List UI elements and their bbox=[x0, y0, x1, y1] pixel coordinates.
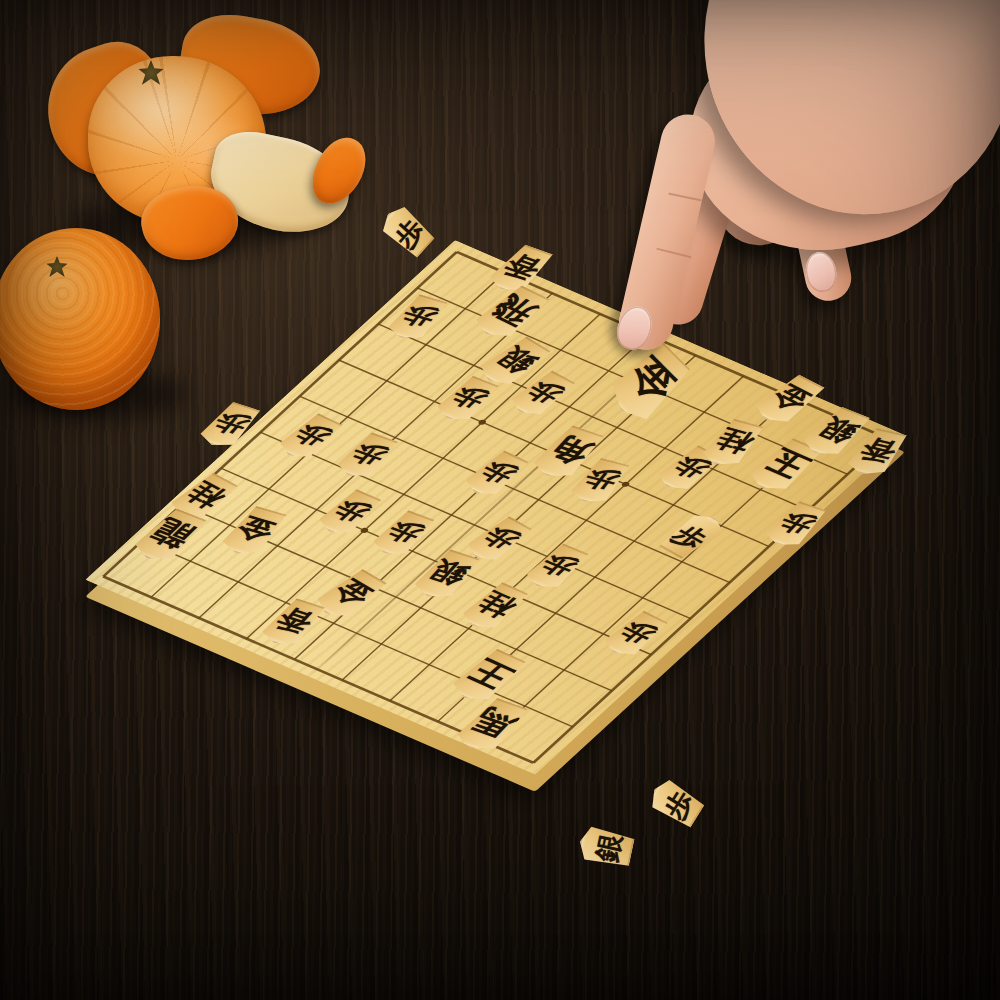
piece-kanji: 香 bbox=[267, 605, 320, 641]
piece-kanji: 王 bbox=[457, 655, 520, 697]
piece-kanji: 馬 bbox=[461, 705, 522, 747]
finger-crease bbox=[668, 192, 702, 201]
piece-pawn-offboard-bottom[interactable]: 歩 bbox=[642, 770, 710, 836]
piece-kanji: 銀 bbox=[808, 414, 864, 452]
photo-stage: 香飛歩銀歩歩角歩歩歩歩歩銀桂歩歩歩桂玉歩金銀香歩歩歩桂龍金歩金香王馬 歩歩銀金 bbox=[0, 0, 1000, 1000]
piece-kanji: 歩 bbox=[667, 518, 718, 553]
piece-kanji: 歩 bbox=[609, 617, 660, 652]
piece-kanji: 歩 bbox=[392, 301, 441, 334]
piece-kanji: 桂 bbox=[467, 589, 522, 626]
piece-pawn-offboard-top[interactable]: 歩 bbox=[373, 197, 442, 265]
piece-kanji: 香 bbox=[851, 436, 902, 471]
piece-kanji: 歩 bbox=[205, 409, 254, 443]
piece-rook[interactable]: 飛 bbox=[461, 280, 560, 346]
piece-pawn[interactable]: 歩 bbox=[268, 408, 353, 464]
piece-kanji: 銀 bbox=[419, 556, 474, 593]
forearm bbox=[647, 0, 1000, 261]
thumb-nail bbox=[803, 250, 839, 295]
piece-kanji: 銀 bbox=[485, 343, 543, 382]
piece-kanji: 歩 bbox=[386, 210, 429, 252]
piece-pawn[interactable]: 歩 bbox=[188, 399, 270, 453]
piece-kanji: 歩 bbox=[531, 550, 581, 584]
piece-pawn[interactable]: 歩 bbox=[592, 606, 677, 663]
middle-finger bbox=[647, 119, 755, 331]
curled-ring-finger bbox=[695, 126, 815, 258]
piece-knight[interactable]: 桂 bbox=[450, 578, 538, 637]
piece-silver-offboard-bottom[interactable]: 銀 bbox=[575, 818, 637, 876]
piece-kanji: 歩 bbox=[517, 377, 568, 412]
piece-kanji: 角 bbox=[537, 432, 598, 473]
piece-kanji: 歩 bbox=[442, 383, 492, 417]
piece-kanji: 飛 bbox=[479, 292, 542, 335]
piece-kanji: 歩 bbox=[324, 496, 375, 530]
piece-kanji: 銀 bbox=[586, 830, 626, 865]
piece-kanji: 桂 bbox=[174, 479, 229, 516]
back-of-hand bbox=[666, 0, 984, 279]
piece-kanji: 歩 bbox=[576, 465, 624, 498]
piece-pawn[interactable]: 歩 bbox=[454, 446, 539, 502]
piece-kanji: 歩 bbox=[472, 522, 523, 557]
piece-kanji: 歩 bbox=[471, 457, 522, 492]
piece-pawn[interactable]: 歩 bbox=[325, 429, 408, 484]
piece-kanji: 歩 bbox=[663, 452, 714, 487]
piece-kanji: 龍 bbox=[139, 515, 201, 557]
piece-gold[interactable]: 金 bbox=[742, 370, 834, 432]
piece-kanji: 金 bbox=[321, 575, 379, 614]
thumb bbox=[778, 145, 855, 305]
pieces-layer: 香飛歩銀歩歩角歩歩歩歩歩銀桂歩歩歩桂玉歩金銀香歩歩歩桂龍金歩金香王馬 bbox=[85, 240, 905, 775]
finger-crease bbox=[656, 248, 691, 259]
piece-kanji: 歩 bbox=[342, 440, 392, 474]
piece-kanji: 歩 bbox=[655, 783, 698, 824]
piece-pawn[interactable]: 歩 bbox=[361, 506, 444, 561]
piece-pawn[interactable]: 歩 bbox=[307, 485, 391, 541]
piece-kanji: 桂 bbox=[707, 425, 759, 461]
piece-kanji: 歩 bbox=[284, 419, 335, 454]
piece-kanji: 玉 bbox=[753, 444, 815, 486]
shogi-board[interactable]: 香飛歩銀歩歩角歩歩歩歩歩銀桂歩歩歩桂玉歩金銀香歩歩歩桂龍金歩金香王馬 bbox=[85, 240, 905, 775]
piece-kanji: 金 bbox=[226, 513, 280, 550]
piece-pawn-facing-up[interactable]: 歩 bbox=[650, 507, 735, 564]
piece-pawn[interactable]: 歩 bbox=[514, 539, 598, 595]
piece-kanji: 香 bbox=[493, 251, 547, 287]
piece-king-ou[interactable]: 王 bbox=[439, 644, 537, 709]
piece-kanji: 金 bbox=[760, 381, 817, 420]
piece-gold[interactable]: 金 bbox=[209, 502, 298, 560]
piece-kanji: 歩 bbox=[378, 517, 428, 551]
piece-pawn[interactable]: 歩 bbox=[376, 291, 458, 345]
